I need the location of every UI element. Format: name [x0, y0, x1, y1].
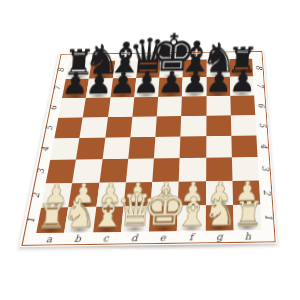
- coordinate-label: a: [229, 50, 252, 59]
- coordinate-label: b: [206, 50, 229, 59]
- square-g7: ♟: [206, 77, 230, 96]
- chess-board: hgfedcba abcdefgh 87654321 87654321 ♜♞♝♛…: [19, 50, 277, 247]
- coordinate-label: b: [62, 232, 92, 246]
- coordinate-label: 7: [248, 81, 272, 91]
- white-rook: ♜: [35, 201, 67, 233]
- coordinate-label: g: [205, 230, 234, 244]
- square-f4: [180, 136, 206, 158]
- square-d5: [130, 116, 157, 137]
- coordinate-label: 5: [36, 122, 63, 133]
- coordinate-label: e: [148, 231, 177, 245]
- perspective-wrapper: hgfedcba abcdefgh 87654321 87654321 ♜♞♝♛…: [0, 0, 300, 300]
- chess-board-wrap: hgfedcba abcdefgh 87654321 87654321 ♜♞♝♛…: [19, 50, 277, 247]
- square-c4: [102, 137, 130, 159]
- square-d7: ♟: [134, 78, 159, 97]
- coordinate-label: e: [138, 51, 161, 60]
- square-g6: [206, 96, 231, 116]
- coordinate-label: h: [69, 52, 93, 61]
- product-photo: hgfedcba abcdefgh 87654321 87654321 ♜♞♝♛…: [0, 0, 300, 300]
- square-g4: [206, 136, 232, 158]
- white-rook: ♜: [233, 198, 265, 230]
- square-e4: [154, 137, 181, 159]
- square-b4: [76, 138, 105, 160]
- square-e6: [157, 96, 182, 116]
- square-c6: [108, 97, 135, 117]
- coordinate-label: d: [119, 232, 149, 246]
- square-b6: [83, 97, 110, 117]
- coordinate-label: f: [177, 231, 206, 245]
- coordinate-label: 6: [41, 103, 67, 113]
- square-h1: ♜: [233, 204, 262, 230]
- square-a4: [50, 138, 79, 160]
- coordinate-label: a: [34, 233, 65, 247]
- coordinate-label: c: [183, 51, 206, 60]
- square-e5: [155, 116, 181, 137]
- square-d4: [128, 137, 155, 159]
- square-f7: ♟: [182, 77, 206, 96]
- coordinate-label: 5: [249, 119, 275, 130]
- square-h4: [231, 135, 257, 157]
- square-f5: [181, 116, 206, 137]
- coordinate-label: 6: [249, 100, 274, 110]
- coordinate-label: 8: [49, 66, 74, 76]
- coordinate-label: 7: [45, 84, 71, 94]
- square-f6: [181, 96, 206, 116]
- square-c5: [105, 117, 132, 138]
- square-e7: ♟: [158, 78, 183, 97]
- coordinate-label: f: [115, 52, 139, 61]
- coordinate-label: d: [161, 51, 184, 60]
- square-g5: [206, 115, 231, 136]
- square-g1: ♞: [205, 205, 233, 231]
- coordinate-label: g: [92, 52, 116, 61]
- square-b1: ♞: [64, 207, 96, 233]
- square-b5: [80, 117, 108, 138]
- square-a1: ♜: [36, 207, 68, 233]
- coordinate-label: 8: [247, 63, 271, 72]
- coordinate-label: h: [233, 230, 262, 244]
- square-d6: [132, 97, 158, 117]
- coordinate-label: c: [91, 232, 121, 246]
